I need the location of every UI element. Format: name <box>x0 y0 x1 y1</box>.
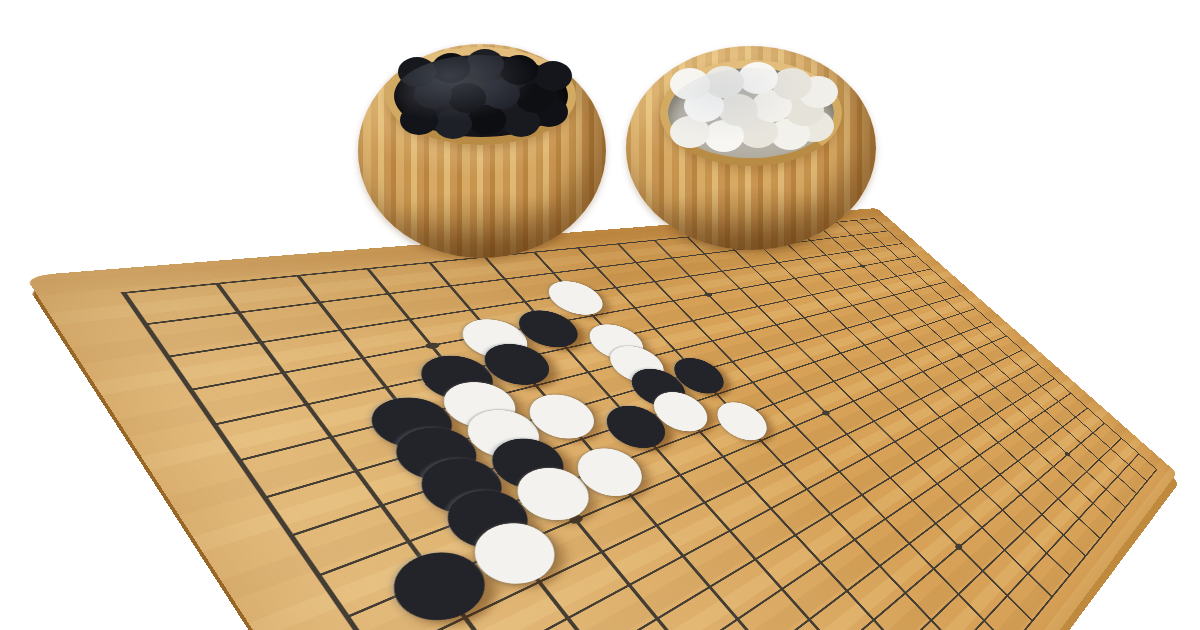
bowl-opening-black <box>386 47 576 145</box>
bowl-gloss <box>394 55 568 137</box>
go-board[interactable]: ●●●●●●●●●●●●●●●●●●●●●●●● <box>25 208 1177 630</box>
go-scene: ●●●●●●●●●●●●●●●●●●●●●●●● <box>0 0 1200 630</box>
white-stone-bowl[interactable] <box>626 46 876 250</box>
black-stone-bowl[interactable] <box>358 44 606 258</box>
bowl-opening-white <box>660 60 842 166</box>
bowl-gloss <box>668 68 834 158</box>
